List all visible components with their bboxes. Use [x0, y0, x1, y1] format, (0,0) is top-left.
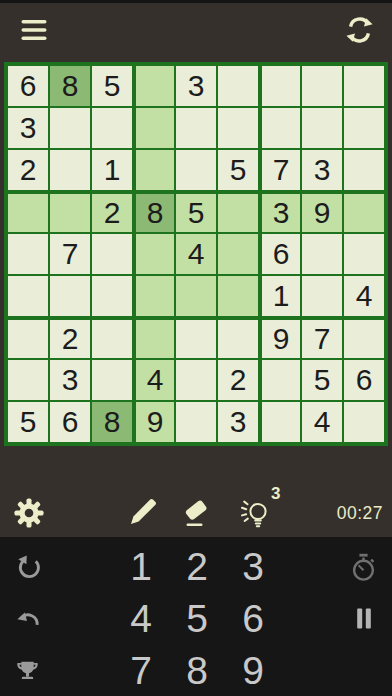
cell-r2c7[interactable]: [260, 108, 300, 148]
cell-r4c3[interactable]: 2: [92, 192, 132, 232]
restart-icon: [16, 555, 41, 580]
cell-r9c2[interactable]: 6: [50, 402, 90, 442]
cell-r1c2[interactable]: 8: [50, 66, 90, 106]
cell-r7c3[interactable]: [92, 318, 132, 358]
cell-r4c8[interactable]: 9: [302, 192, 342, 232]
keypad-digit-3[interactable]: 3: [223, 545, 283, 589]
restart-button[interactable]: [16, 555, 41, 580]
cell-r6c9[interactable]: 4: [344, 276, 384, 316]
cell-r2c2[interactable]: [50, 108, 90, 148]
cell-r4c2[interactable]: [50, 192, 90, 232]
cell-r3c4[interactable]: [134, 150, 174, 190]
keypad-digit-9[interactable]: 9: [223, 649, 283, 693]
cell-r9c5[interactable]: [176, 402, 216, 442]
cell-r3c9[interactable]: [344, 150, 384, 190]
cell-r7c8[interactable]: 7: [302, 318, 342, 358]
undo-icon: [16, 609, 41, 632]
stopwatch-button[interactable]: [350, 553, 377, 582]
cell-r6c1[interactable]: [8, 276, 48, 316]
cell-r3c1[interactable]: 2: [8, 150, 48, 190]
cell-r2c1[interactable]: 3: [8, 108, 48, 148]
cell-r9c6[interactable]: 3: [218, 402, 258, 442]
eraser-icon: [181, 499, 211, 528]
cell-r5c1[interactable]: [8, 234, 48, 274]
hint-button[interactable]: [238, 496, 272, 530]
cell-r7c7[interactable]: 9: [260, 318, 300, 358]
cell-r3c7[interactable]: 7: [260, 150, 300, 190]
cell-r4c9[interactable]: [344, 192, 384, 232]
cell-r3c3[interactable]: 1: [92, 150, 132, 190]
cell-r8c6[interactable]: 2: [218, 360, 258, 400]
cell-r3c2[interactable]: [50, 150, 90, 190]
trophy-icon: [16, 659, 39, 683]
keypad-digit-1[interactable]: 1: [111, 545, 171, 589]
cell-r1c1[interactable]: 6: [8, 66, 48, 106]
cell-r2c8[interactable]: [302, 108, 342, 148]
cell-r5c4[interactable]: [134, 234, 174, 274]
cell-r6c2[interactable]: [50, 276, 90, 316]
undo-button[interactable]: [16, 609, 41, 632]
cell-r5c2[interactable]: 7: [50, 234, 90, 274]
cell-r3c5[interactable]: [176, 150, 216, 190]
cell-r7c9[interactable]: [344, 318, 384, 358]
cell-r7c2[interactable]: 2: [50, 318, 90, 358]
cell-r5c8[interactable]: [302, 234, 342, 274]
pause-button[interactable]: [354, 608, 374, 629]
cell-r8c8[interactable]: 5: [302, 360, 342, 400]
cell-r1c6[interactable]: [218, 66, 258, 106]
cell-r5c6[interactable]: [218, 234, 258, 274]
cell-r9c9[interactable]: [344, 402, 384, 442]
new-game-button[interactable]: [346, 17, 373, 43]
cell-r5c3[interactable]: [92, 234, 132, 274]
cell-r2c3[interactable]: [92, 108, 132, 148]
hamburger-icon: [21, 19, 47, 41]
cell-r2c6[interactable]: [218, 108, 258, 148]
cell-r9c1[interactable]: 5: [8, 402, 48, 442]
cell-r8c9[interactable]: 6: [344, 360, 384, 400]
keypad: 1 2 3 4 5 6 7 8 9: [0, 537, 392, 696]
cell-r8c3[interactable]: [92, 360, 132, 400]
cell-r6c6[interactable]: [218, 276, 258, 316]
cell-r6c8[interactable]: [302, 276, 342, 316]
cell-r8c5[interactable]: [176, 360, 216, 400]
cell-r4c1[interactable]: [8, 192, 48, 232]
keypad-digit-6[interactable]: 6: [223, 597, 283, 641]
cell-r8c7[interactable]: [260, 360, 300, 400]
cell-r1c3[interactable]: 5: [92, 66, 132, 106]
cell-r9c7[interactable]: [260, 402, 300, 442]
cell-r1c9[interactable]: [344, 66, 384, 106]
hints-remaining-badge: 3: [271, 484, 280, 504]
pencil-icon: [127, 498, 157, 528]
cell-r8c2[interactable]: 3: [50, 360, 90, 400]
cell-r1c5[interactable]: 3: [176, 66, 216, 106]
cell-r5c7[interactable]: 6: [260, 234, 300, 274]
cell-r9c3[interactable]: 8: [92, 402, 132, 442]
sudoku-board: 6853321573285397461429734256568934: [4, 62, 388, 446]
cell-r4c4[interactable]: 8: [134, 192, 174, 232]
top-bar: [0, 3, 392, 59]
cell-r6c4[interactable]: [134, 276, 174, 316]
cell-r8c1[interactable]: [8, 360, 48, 400]
cell-r4c6[interactable]: [218, 192, 258, 232]
cell-r4c5[interactable]: 5: [176, 192, 216, 232]
cell-r6c3[interactable]: [92, 276, 132, 316]
cell-r9c4[interactable]: 9: [134, 402, 174, 442]
timer-display: 00:27: [337, 503, 383, 524]
keypad-digit-7[interactable]: 7: [111, 649, 171, 693]
pencil-button[interactable]: [127, 498, 157, 528]
cell-r7c5[interactable]: [176, 318, 216, 358]
cell-r2c9[interactable]: [344, 108, 384, 148]
cell-r6c5[interactable]: [176, 276, 216, 316]
keypad-digit-5[interactable]: 5: [167, 597, 227, 641]
keypad-digit-2[interactable]: 2: [167, 545, 227, 589]
cell-r7c6[interactable]: [218, 318, 258, 358]
keypad-digit-8[interactable]: 8: [167, 649, 227, 693]
stopwatch-icon: [350, 553, 377, 582]
cell-r6c7[interactable]: 1: [260, 276, 300, 316]
cell-r7c4[interactable]: [134, 318, 174, 358]
cell-r7c1[interactable]: [8, 318, 48, 358]
cell-r1c8[interactable]: [302, 66, 342, 106]
eraser-button[interactable]: [181, 499, 211, 528]
cell-r8c4[interactable]: 4: [134, 360, 174, 400]
cell-r4c7[interactable]: 3: [260, 192, 300, 232]
refresh-icon: [346, 17, 373, 43]
menu-button[interactable]: [21, 19, 47, 41]
cell-r3c8[interactable]: 3: [302, 150, 342, 190]
pause-icon: [354, 608, 374, 629]
cell-r2c4[interactable]: [134, 108, 174, 148]
lightbulb-icon: [238, 496, 272, 530]
cell-r1c7[interactable]: [260, 66, 300, 106]
cell-r3c6[interactable]: 5: [218, 150, 258, 190]
cell-r1c4[interactable]: [134, 66, 174, 106]
cell-r9c8[interactable]: 4: [302, 402, 342, 442]
keypad-digit-4[interactable]: 4: [111, 597, 171, 641]
achievements-button[interactable]: [16, 659, 39, 683]
settings-button[interactable]: [14, 498, 44, 528]
cell-r5c9[interactable]: [344, 234, 384, 274]
gear-icon: [14, 498, 44, 528]
cell-r2c5[interactable]: [176, 108, 216, 148]
cell-r5c5[interactable]: 4: [176, 234, 216, 274]
